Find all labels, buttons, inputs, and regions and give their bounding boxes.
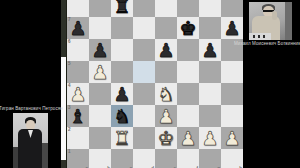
black-player-photo <box>249 2 292 40</box>
square-f7[interactable]: ♚ <box>177 17 199 39</box>
square-a8[interactable]: 8 <box>67 0 89 17</box>
square-b3[interactable] <box>89 105 111 127</box>
square-a4[interactable]: 4♟ <box>67 83 89 105</box>
square-f5[interactable] <box>177 61 199 83</box>
file-label-a: a <box>85 166 88 168</box>
square-g7[interactable] <box>199 17 221 39</box>
square-d8[interactable] <box>133 0 155 17</box>
photo-background-object <box>42 143 48 168</box>
square-d3[interactable] <box>133 105 155 127</box>
white-rook-c2[interactable]: ♜ <box>111 127 133 149</box>
square-f8[interactable] <box>177 0 199 17</box>
rank-label-4: 4 <box>68 83 71 88</box>
square-a5[interactable]: 5 <box>67 61 89 83</box>
file-label-b: b <box>107 166 110 168</box>
file-label-c: c <box>129 166 132 168</box>
square-e5[interactable] <box>155 61 177 83</box>
file-label-e: e <box>173 166 176 168</box>
rank-label-7: 7 <box>68 17 71 22</box>
square-g2[interactable]: ♟ <box>199 127 221 149</box>
square-g8[interactable] <box>199 0 221 17</box>
white-player-caption: Тигран Вартанович Петросян <box>0 106 63 111</box>
square-g5[interactable] <box>199 61 221 83</box>
square-d1[interactable]: d <box>133 149 155 168</box>
square-h8[interactable] <box>221 0 243 17</box>
botvinnik-arm <box>272 11 277 20</box>
square-g6[interactable]: ♟ <box>199 39 221 61</box>
square-c6[interactable] <box>111 39 133 61</box>
square-a1[interactable]: 1a <box>67 149 89 168</box>
square-b2[interactable] <box>89 127 111 149</box>
square-a6[interactable]: 6 <box>67 39 89 61</box>
square-h7[interactable]: ♟ <box>221 17 243 39</box>
square-d4[interactable] <box>133 83 155 105</box>
file-label-g: g <box>217 166 220 168</box>
rank-label-2: 2 <box>68 127 71 132</box>
square-e6[interactable]: ♟ <box>155 39 177 61</box>
black-pawn-g6[interactable]: ♟ <box>199 39 221 61</box>
white-pawn-f2[interactable]: ♟ <box>177 127 199 149</box>
square-g4[interactable] <box>199 83 221 105</box>
chess-piece-speck <box>258 35 260 38</box>
black-knight-c3[interactable]: ♞ <box>111 105 133 127</box>
square-c7[interactable] <box>111 17 133 39</box>
square-d6[interactable] <box>133 39 155 61</box>
square-f1[interactable]: f <box>177 149 199 168</box>
square-c4[interactable]: ♟ <box>111 83 133 105</box>
white-pawn-h2[interactable]: ♟ <box>221 127 243 149</box>
white-king-e2[interactable]: ♚ <box>155 127 177 149</box>
rank-label-1: 1 <box>68 149 71 154</box>
black-pawn-e6[interactable]: ♟ <box>155 39 177 61</box>
square-a3[interactable]: 3♝ <box>67 105 89 127</box>
square-b6[interactable]: ♟ <box>89 39 111 61</box>
square-b8[interactable] <box>89 0 111 17</box>
square-b7[interactable] <box>89 17 111 39</box>
file-label-f: f <box>197 166 199 168</box>
square-e2[interactable]: ♚ <box>155 127 177 149</box>
white-pawn-g2[interactable]: ♟ <box>199 127 221 149</box>
square-f2[interactable]: ♟ <box>177 127 199 149</box>
square-a2[interactable]: 2 <box>67 127 89 149</box>
square-h2[interactable]: ♟ <box>221 127 243 149</box>
square-b4[interactable] <box>89 83 111 105</box>
square-b1[interactable]: b <box>89 149 111 168</box>
square-e1[interactable]: e <box>155 149 177 168</box>
square-c8[interactable]: ♜ <box>111 0 133 17</box>
square-e8[interactable] <box>155 0 177 17</box>
square-c1[interactable]: c <box>111 149 133 168</box>
square-e4[interactable]: ♞ <box>155 83 177 105</box>
chess-piece-speck <box>253 35 255 38</box>
rank-label-6: 6 <box>68 39 71 44</box>
square-d5[interactable] <box>133 61 155 83</box>
black-pawn-h7[interactable]: ♟ <box>221 17 243 39</box>
white-knight-e4[interactable]: ♞ <box>155 83 177 105</box>
white-pawn-b5[interactable]: ♟ <box>89 61 111 83</box>
square-c5[interactable] <box>111 61 133 83</box>
square-a7[interactable]: 7♟ <box>67 17 89 39</box>
square-h5[interactable] <box>221 61 243 83</box>
square-d7[interactable] <box>133 17 155 39</box>
square-d2[interactable] <box>133 127 155 149</box>
rank-label-3: 3 <box>68 105 71 110</box>
square-e7[interactable] <box>155 17 177 39</box>
white-player-photo <box>13 113 48 168</box>
file-label-d: d <box>151 166 154 168</box>
chess-piece-speck <box>263 35 265 38</box>
square-c2[interactable]: ♜ <box>111 127 133 149</box>
square-b5[interactable]: ♟ <box>89 61 111 83</box>
square-h3[interactable] <box>221 105 243 127</box>
file-label-h: h <box>239 166 242 168</box>
square-c3[interactable]: ♞ <box>111 105 133 127</box>
black-pawn-b6[interactable]: ♟ <box>89 39 111 61</box>
photo-background-shade <box>285 2 292 40</box>
square-h4[interactable] <box>221 83 243 105</box>
black-pawn-c4[interactable]: ♟ <box>111 83 133 105</box>
square-g1[interactable]: g <box>199 149 221 168</box>
black-rook-c8[interactable]: ♜ <box>111 0 133 17</box>
square-f3[interactable] <box>177 105 199 127</box>
square-f6[interactable] <box>177 39 199 61</box>
square-f4[interactable] <box>177 83 199 105</box>
black-player-caption: Михаил Моисеевич Ботвинник <box>234 41 300 46</box>
square-h1[interactable]: h <box>221 149 243 168</box>
chess-board[interactable]: 8♜7♟♚♟6♟♟♟5♟4♟♟♞3♝♞♟2♜♚♟♟♟1abcdefgh <box>67 0 243 168</box>
rank-label-5: 5 <box>68 61 71 66</box>
square-g3[interactable] <box>199 105 221 127</box>
white-pawn-e3[interactable]: ♟ <box>155 105 177 127</box>
square-e3[interactable]: ♟ <box>155 105 177 127</box>
black-king-f7[interactable]: ♚ <box>177 17 199 39</box>
